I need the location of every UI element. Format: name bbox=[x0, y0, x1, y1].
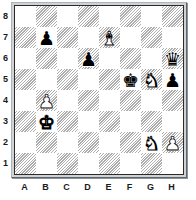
square-g1[interactable] bbox=[141, 153, 162, 174]
square-e7[interactable]: ♝ bbox=[99, 27, 120, 48]
square-d6[interactable]: ♟ bbox=[78, 48, 99, 69]
square-e1[interactable] bbox=[99, 153, 120, 174]
square-a2[interactable] bbox=[15, 132, 36, 153]
square-c4[interactable] bbox=[57, 90, 78, 111]
square-g8[interactable] bbox=[141, 6, 162, 27]
square-h6[interactable]: ♛ bbox=[162, 48, 183, 69]
square-c2[interactable] bbox=[57, 132, 78, 153]
piece-white-knight-g5[interactable]: ♞ bbox=[141, 69, 162, 90]
file-label-g: G bbox=[140, 182, 161, 192]
file-label-f: F bbox=[119, 182, 140, 192]
square-b7[interactable]: ♟ bbox=[36, 27, 57, 48]
square-b5[interactable] bbox=[36, 69, 57, 90]
square-g3[interactable] bbox=[141, 111, 162, 132]
piece-black-pawn-h5[interactable]: ♟ bbox=[162, 69, 183, 90]
square-a3[interactable] bbox=[15, 111, 36, 132]
square-e2[interactable] bbox=[99, 132, 120, 153]
file-label-e: E bbox=[98, 182, 119, 192]
rank-label-7: 7 bbox=[0, 27, 11, 48]
rank-label-3: 3 bbox=[0, 111, 11, 132]
board-frame: ♟♝♟♛♚♞♟♟♚♞♟ bbox=[11, 2, 187, 178]
square-b8[interactable] bbox=[36, 6, 57, 27]
square-b4[interactable]: ♟ bbox=[36, 90, 57, 111]
board-row: 87654321 ♟♝♟♛♚♞♟♟♚♞♟ bbox=[0, 2, 196, 178]
square-h4[interactable] bbox=[162, 90, 183, 111]
square-b1[interactable] bbox=[36, 153, 57, 174]
piece-white-knight-g2[interactable]: ♞ bbox=[141, 132, 162, 153]
square-f2[interactable] bbox=[120, 132, 141, 153]
piece-white-bishop-e7[interactable]: ♝ bbox=[99, 27, 120, 48]
file-label-b: B bbox=[35, 182, 56, 192]
square-a1[interactable] bbox=[15, 153, 36, 174]
file-label-h: H bbox=[161, 182, 182, 192]
square-a6[interactable] bbox=[15, 48, 36, 69]
square-e6[interactable] bbox=[99, 48, 120, 69]
square-c6[interactable] bbox=[57, 48, 78, 69]
square-h2[interactable]: ♟ bbox=[162, 132, 183, 153]
square-f6[interactable] bbox=[120, 48, 141, 69]
square-c7[interactable] bbox=[57, 27, 78, 48]
square-f5[interactable]: ♚ bbox=[120, 69, 141, 90]
chess-board: ♟♝♟♛♚♞♟♟♚♞♟ bbox=[14, 5, 184, 175]
square-h8[interactable] bbox=[162, 6, 183, 27]
rank-label-6: 6 bbox=[0, 48, 11, 69]
square-b3[interactable]: ♚ bbox=[36, 111, 57, 132]
rank-label-8: 8 bbox=[0, 6, 11, 27]
square-e3[interactable] bbox=[99, 111, 120, 132]
square-c3[interactable] bbox=[57, 111, 78, 132]
chess-diagram: 87654321 ♟♝♟♛♚♞♟♟♚♞♟ ABCDEFGH bbox=[0, 0, 196, 192]
square-b2[interactable] bbox=[36, 132, 57, 153]
square-d8[interactable] bbox=[78, 6, 99, 27]
file-label-a: A bbox=[14, 182, 35, 192]
file-label-c: C bbox=[56, 182, 77, 192]
square-f3[interactable] bbox=[120, 111, 141, 132]
square-c5[interactable] bbox=[57, 69, 78, 90]
rank-label-5: 5 bbox=[0, 69, 11, 90]
square-e4[interactable] bbox=[99, 90, 120, 111]
rank-label-1: 1 bbox=[0, 153, 11, 174]
piece-black-pawn-b7[interactable]: ♟ bbox=[36, 27, 57, 48]
square-f4[interactable] bbox=[120, 90, 141, 111]
file-labels: ABCDEFGH bbox=[14, 182, 196, 192]
square-d7[interactable] bbox=[78, 27, 99, 48]
square-c1[interactable] bbox=[57, 153, 78, 174]
square-g4[interactable] bbox=[141, 90, 162, 111]
square-g5[interactable]: ♞ bbox=[141, 69, 162, 90]
piece-black-pawn-d6[interactable]: ♟ bbox=[78, 48, 99, 69]
rank-label-2: 2 bbox=[0, 132, 11, 153]
rank-labels: 87654321 bbox=[0, 2, 11, 174]
square-f1[interactable] bbox=[120, 153, 141, 174]
piece-white-pawn-b4[interactable]: ♟ bbox=[36, 90, 57, 111]
square-d1[interactable] bbox=[78, 153, 99, 174]
square-h5[interactable]: ♟ bbox=[162, 69, 183, 90]
rank-label-4: 4 bbox=[0, 90, 11, 111]
square-d4[interactable] bbox=[78, 90, 99, 111]
square-f8[interactable] bbox=[120, 6, 141, 27]
square-g2[interactable]: ♞ bbox=[141, 132, 162, 153]
square-a5[interactable] bbox=[15, 69, 36, 90]
square-a7[interactable] bbox=[15, 27, 36, 48]
square-h3[interactable] bbox=[162, 111, 183, 132]
piece-white-pawn-h2[interactable]: ♟ bbox=[162, 132, 183, 153]
file-label-d: D bbox=[77, 182, 98, 192]
piece-white-king-b3[interactable]: ♚ bbox=[36, 111, 57, 132]
square-a4[interactable] bbox=[15, 90, 36, 111]
square-d2[interactable] bbox=[78, 132, 99, 153]
square-c8[interactable] bbox=[57, 6, 78, 27]
square-h1[interactable] bbox=[162, 153, 183, 174]
square-h7[interactable] bbox=[162, 27, 183, 48]
piece-black-queen-h6[interactable]: ♛ bbox=[162, 48, 183, 69]
square-e5[interactable] bbox=[99, 69, 120, 90]
square-d3[interactable] bbox=[78, 111, 99, 132]
square-e8[interactable] bbox=[99, 6, 120, 27]
square-b6[interactable] bbox=[36, 48, 57, 69]
square-g6[interactable] bbox=[141, 48, 162, 69]
square-g7[interactable] bbox=[141, 27, 162, 48]
square-a8[interactable] bbox=[15, 6, 36, 27]
square-d5[interactable] bbox=[78, 69, 99, 90]
piece-black-king-f5[interactable]: ♚ bbox=[120, 69, 141, 90]
square-f7[interactable] bbox=[120, 27, 141, 48]
